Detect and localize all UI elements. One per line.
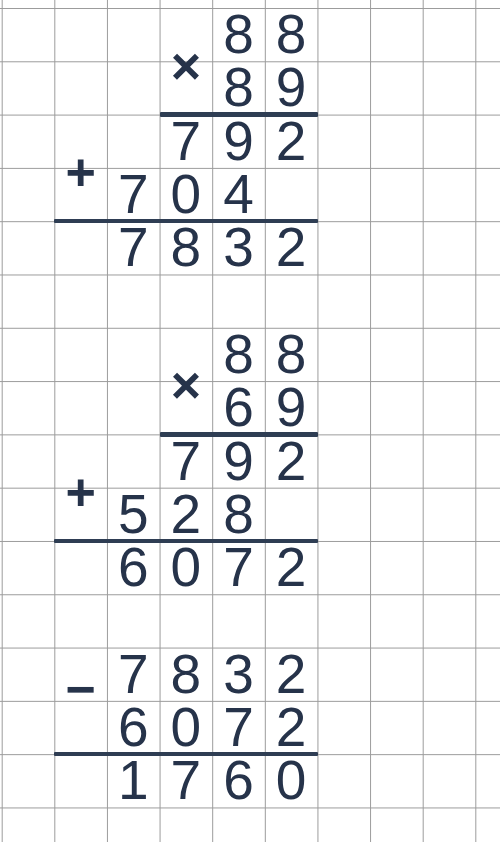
digit-cell-r4c2: 7: [107, 221, 160, 274]
digit-cell-r0c5: 8: [265, 8, 318, 61]
digit-cell-r4c5: 2: [265, 221, 318, 274]
digit-cell-r1c5: 9: [265, 61, 318, 114]
digit-cell-r4c3: 8: [160, 221, 213, 274]
digit-cell-r10c4: 7: [212, 541, 265, 594]
digit-cell-r6c5: 8: [265, 328, 318, 381]
worksheet-page: 88×89792+704783288×69792+52860727832−607…: [0, 0, 500, 842]
plus-sign: +: [54, 465, 107, 518]
digit-cell-r2c5: 2: [265, 115, 318, 168]
multiplication-sign: ×: [160, 39, 213, 92]
digit-cell-r13c2: 6: [107, 701, 160, 754]
digit-cell-r3c3: 0: [160, 168, 213, 221]
digit-cell-r10c5: 2: [265, 541, 318, 594]
product-line-1: [160, 112, 319, 117]
sum-line-2: [54, 539, 318, 544]
digit-cell-r9c4: 8: [212, 488, 265, 541]
digit-cell-r7c4: 6: [212, 381, 265, 434]
multiplication-sign: ×: [160, 359, 213, 412]
digit-cell-r8c5: 2: [265, 434, 318, 487]
sum-line-1: [54, 219, 318, 224]
digit-cell-r14c5: 0: [265, 754, 318, 807]
digit-cell-r12c3: 8: [160, 648, 213, 701]
digit-cell-r10c3: 0: [160, 541, 213, 594]
digit-cell-r6c4: 8: [212, 328, 265, 381]
digit-cell-r13c5: 2: [265, 701, 318, 754]
digit-cell-r2c4: 9: [212, 115, 265, 168]
digit-cell-r8c3: 7: [160, 434, 213, 487]
digit-cell-r13c4: 7: [212, 701, 265, 754]
digit-cell-r10c2: 6: [107, 541, 160, 594]
digit-cell-r0c4: 8: [212, 8, 265, 61]
digit-cell-r3c4: 4: [212, 168, 265, 221]
digit-cell-r13c3: 0: [160, 701, 213, 754]
product-line-2: [160, 432, 319, 437]
digit-cell-r14c3: 7: [160, 754, 213, 807]
digit-cell-r9c2: 5: [107, 488, 160, 541]
digit-cell-r12c4: 3: [212, 648, 265, 701]
digit-cell-r9c3: 2: [160, 488, 213, 541]
digit-cell-r2c3: 7: [160, 115, 213, 168]
digit-cell-r3c2: 7: [107, 168, 160, 221]
digit-cell-r14c4: 6: [212, 754, 265, 807]
minus-sign: −: [54, 662, 107, 715]
digit-cell-r14c2: 1: [107, 754, 160, 807]
board: 88×89792+704783288×69792+52860727832−607…: [0, 0, 500, 842]
digit-cell-r1c4: 8: [212, 61, 265, 114]
plus-sign: +: [54, 146, 107, 199]
digit-cell-r7c5: 9: [265, 381, 318, 434]
digit-cell-r4c4: 3: [212, 221, 265, 274]
digit-cell-r12c2: 7: [107, 648, 160, 701]
digit-cell-r8c4: 9: [212, 434, 265, 487]
difference-line: [54, 752, 318, 757]
digit-cell-r12c5: 2: [265, 648, 318, 701]
